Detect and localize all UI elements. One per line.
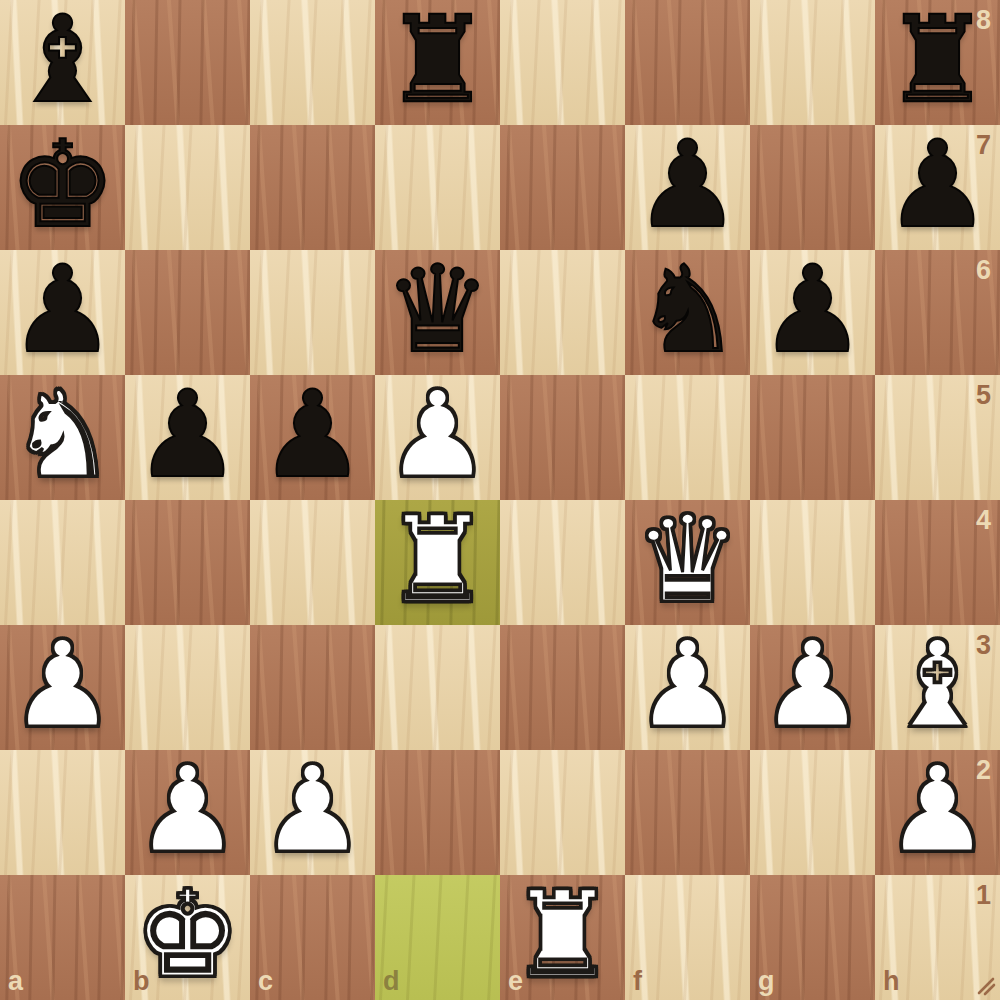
square-c3[interactable] [250, 625, 375, 750]
square-c8[interactable] [250, 0, 375, 125]
square-b5[interactable]: ♟ [125, 375, 250, 500]
resize-handle-icon[interactable] [975, 975, 997, 997]
square-c6[interactable] [250, 250, 375, 375]
piece-white-queen[interactable]: ♛ [625, 497, 750, 622]
square-e3[interactable] [500, 625, 625, 750]
square-h7[interactable]: ♟7 [875, 125, 1000, 250]
piece-black-pawn[interactable]: ♟ [750, 247, 875, 372]
square-c5[interactable]: ♟ [250, 375, 375, 500]
rank-label-1: 1 [976, 880, 991, 911]
rank-label-4: 4 [976, 505, 991, 536]
piece-black-pawn[interactable]: ♟ [0, 247, 125, 372]
square-c2[interactable]: ♟ [250, 750, 375, 875]
file-label-g: g [758, 966, 775, 997]
square-g4[interactable] [750, 500, 875, 625]
piece-black-pawn[interactable]: ♟ [125, 372, 250, 497]
square-g2[interactable] [750, 750, 875, 875]
square-c7[interactable] [250, 125, 375, 250]
square-g6[interactable]: ♟ [750, 250, 875, 375]
piece-black-king[interactable]: ♚ [0, 122, 125, 247]
square-h6[interactable]: 6 [875, 250, 1000, 375]
piece-white-knight[interactable]: ♞ [0, 372, 125, 497]
piece-white-pawn[interactable]: ♟ [750, 622, 875, 747]
piece-white-king[interactable]: ♚ [125, 872, 250, 997]
square-d8[interactable]: ♜ [375, 0, 500, 125]
square-a7[interactable]: ♚ [0, 125, 125, 250]
square-d7[interactable] [375, 125, 500, 250]
square-a2[interactable] [0, 750, 125, 875]
square-a4[interactable] [0, 500, 125, 625]
chess-board: ♝♜♜8♚♟♟7♟♛♞♟6♞♟♟♟5♜♛4♟♟♟♝3♟♟♟2a♚bcd♜efg1… [0, 0, 1000, 1000]
square-h8[interactable]: ♜8 [875, 0, 1000, 125]
piece-black-pawn[interactable]: ♟ [250, 372, 375, 497]
square-e8[interactable] [500, 0, 625, 125]
square-f5[interactable] [625, 375, 750, 500]
square-h1[interactable]: 1h [875, 875, 1000, 1000]
piece-black-rook[interactable]: ♜ [375, 0, 500, 122]
square-e2[interactable] [500, 750, 625, 875]
square-d3[interactable] [375, 625, 500, 750]
square-g7[interactable] [750, 125, 875, 250]
square-f6[interactable]: ♞ [625, 250, 750, 375]
piece-white-rook[interactable]: ♜ [500, 872, 625, 997]
square-f2[interactable] [625, 750, 750, 875]
file-label-h: h [883, 966, 900, 997]
square-e5[interactable] [500, 375, 625, 500]
file-label-c: c [258, 966, 273, 997]
piece-black-pawn[interactable]: ♟ [625, 122, 750, 247]
piece-black-rook[interactable]: ♜ [875, 0, 1000, 122]
piece-white-bishop[interactable]: ♝ [875, 622, 1000, 747]
square-d1[interactable]: d [375, 875, 500, 1000]
square-f1[interactable]: f [625, 875, 750, 1000]
piece-black-queen[interactable]: ♛ [375, 247, 500, 372]
square-a3[interactable]: ♟ [0, 625, 125, 750]
piece-white-rook[interactable]: ♜ [375, 497, 500, 622]
square-e1[interactable]: ♜e [500, 875, 625, 1000]
square-c4[interactable] [250, 500, 375, 625]
rank-label-6: 6 [976, 255, 991, 286]
square-b4[interactable] [125, 500, 250, 625]
piece-black-knight[interactable]: ♞ [625, 247, 750, 372]
square-e7[interactable] [500, 125, 625, 250]
file-label-f: f [633, 966, 642, 997]
square-c1[interactable]: c [250, 875, 375, 1000]
square-g1[interactable]: g [750, 875, 875, 1000]
square-a8[interactable]: ♝ [0, 0, 125, 125]
piece-white-pawn[interactable]: ♟ [375, 372, 500, 497]
square-a1[interactable]: a [0, 875, 125, 1000]
file-label-a: a [8, 966, 23, 997]
square-g3[interactable]: ♟ [750, 625, 875, 750]
square-e6[interactable] [500, 250, 625, 375]
square-g8[interactable] [750, 0, 875, 125]
piece-white-pawn[interactable]: ♟ [875, 747, 1000, 872]
piece-black-bishop[interactable]: ♝ [0, 0, 125, 122]
square-e4[interactable] [500, 500, 625, 625]
square-h4[interactable]: 4 [875, 500, 1000, 625]
square-d4[interactable]: ♜ [375, 500, 500, 625]
square-b2[interactable]: ♟ [125, 750, 250, 875]
square-h5[interactable]: 5 [875, 375, 1000, 500]
piece-white-pawn[interactable]: ♟ [625, 622, 750, 747]
piece-white-pawn[interactable]: ♟ [250, 747, 375, 872]
square-d5[interactable]: ♟ [375, 375, 500, 500]
square-b1[interactable]: ♚b [125, 875, 250, 1000]
rank-label-5: 5 [976, 380, 991, 411]
square-b6[interactable] [125, 250, 250, 375]
square-f3[interactable]: ♟ [625, 625, 750, 750]
square-g5[interactable] [750, 375, 875, 500]
square-b7[interactable] [125, 125, 250, 250]
piece-white-pawn[interactable]: ♟ [0, 622, 125, 747]
square-a5[interactable]: ♞ [0, 375, 125, 500]
file-label-d: d [383, 966, 400, 997]
piece-black-pawn[interactable]: ♟ [875, 122, 1000, 247]
square-f8[interactable] [625, 0, 750, 125]
square-b3[interactable] [125, 625, 250, 750]
square-f4[interactable]: ♛ [625, 500, 750, 625]
square-d2[interactable] [375, 750, 500, 875]
square-h2[interactable]: ♟2 [875, 750, 1000, 875]
square-d6[interactable]: ♛ [375, 250, 500, 375]
square-a6[interactable]: ♟ [0, 250, 125, 375]
piece-white-pawn[interactable]: ♟ [125, 747, 250, 872]
square-b8[interactable] [125, 0, 250, 125]
square-h3[interactable]: ♝3 [875, 625, 1000, 750]
square-f7[interactable]: ♟ [625, 125, 750, 250]
